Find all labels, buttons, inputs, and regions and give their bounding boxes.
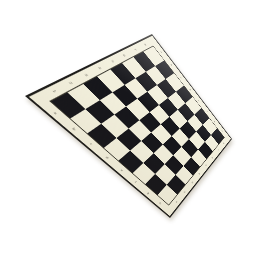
- board-margin: [29, 36, 231, 216]
- product-photo-background: aabbccddeeffgghh8877665544332211: [0, 0, 260, 260]
- board-grid: [49, 46, 224, 206]
- chess-board: aabbccddeeffgghh8877665544332211: [25, 34, 232, 218]
